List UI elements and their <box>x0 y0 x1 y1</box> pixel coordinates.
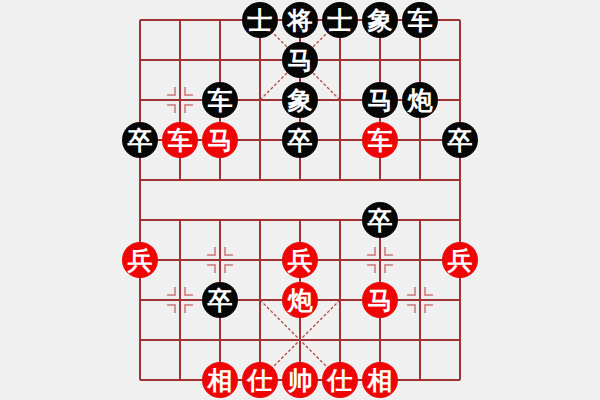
red-advisor[interactable]: 仕 <box>242 362 278 398</box>
black-chariot[interactable]: 车 <box>402 2 438 38</box>
board-point: 士 <box>240 0 280 40</box>
red-elephant[interactable]: 相 <box>202 362 238 398</box>
board-point <box>320 40 360 80</box>
board-point <box>280 320 320 360</box>
black-cannon[interactable]: 炮 <box>402 82 438 118</box>
board-point <box>240 320 280 360</box>
board-point <box>400 40 440 80</box>
board-point <box>360 240 400 280</box>
red-pawn[interactable]: 兵 <box>122 242 158 278</box>
board-point <box>360 40 400 80</box>
board-point <box>160 160 200 200</box>
board-point: 卒 <box>440 120 480 160</box>
board-point <box>200 240 240 280</box>
board-point: 兵 <box>120 240 160 280</box>
board-point <box>160 240 200 280</box>
board-point <box>120 160 160 200</box>
board-point <box>160 0 200 40</box>
board-point <box>360 320 400 360</box>
board-point: 车 <box>200 80 240 120</box>
board-point <box>160 80 200 120</box>
board-point: 象 <box>360 0 400 40</box>
board-point <box>400 360 440 400</box>
board-point <box>120 40 160 80</box>
board-point <box>240 280 280 320</box>
board-point <box>160 200 200 240</box>
board-point <box>320 200 360 240</box>
red-general[interactable]: 帅 <box>282 362 318 398</box>
board-point: 车 <box>360 120 400 160</box>
red-chariot[interactable]: 车 <box>162 122 198 158</box>
board-point <box>240 160 280 200</box>
red-cannon[interactable]: 炮 <box>282 282 318 318</box>
board-point <box>440 280 480 320</box>
red-advisor[interactable]: 仕 <box>322 362 358 398</box>
board-point <box>440 0 480 40</box>
black-pawn[interactable]: 卒 <box>362 202 398 238</box>
board-point: 马 <box>360 280 400 320</box>
board-point: 车 <box>400 0 440 40</box>
black-elephant[interactable]: 象 <box>362 2 398 38</box>
board-point <box>360 160 400 200</box>
board-point: 帅 <box>280 360 320 400</box>
board-point <box>320 280 360 320</box>
red-horse[interactable]: 马 <box>202 122 238 158</box>
board-point <box>440 80 480 120</box>
board-point <box>440 40 480 80</box>
board-point <box>240 120 280 160</box>
board-point: 兵 <box>280 240 320 280</box>
board-point: 卒 <box>120 120 160 160</box>
board-point <box>440 200 480 240</box>
board-point <box>440 160 480 200</box>
board-point <box>120 200 160 240</box>
board-point <box>400 320 440 360</box>
board-point <box>320 240 360 280</box>
board-point: 炮 <box>400 80 440 120</box>
board-point <box>200 0 240 40</box>
black-advisor[interactable]: 士 <box>322 2 358 38</box>
board-point: 将 <box>280 0 320 40</box>
black-horse[interactable]: 马 <box>282 42 318 78</box>
board-point: 相 <box>200 360 240 400</box>
board-point <box>320 120 360 160</box>
board-point <box>240 40 280 80</box>
board-point: 卒 <box>200 280 240 320</box>
board-point <box>240 80 280 120</box>
board-point <box>320 320 360 360</box>
black-pawn[interactable]: 卒 <box>122 122 158 158</box>
board-point <box>240 200 280 240</box>
board-point: 马 <box>200 120 240 160</box>
board-point <box>120 320 160 360</box>
board-point <box>400 120 440 160</box>
board-point: 相 <box>360 360 400 400</box>
black-pawn[interactable]: 卒 <box>442 122 478 158</box>
board-point: 兵 <box>440 240 480 280</box>
board-point <box>160 40 200 80</box>
board-point <box>200 320 240 360</box>
red-horse[interactable]: 马 <box>362 282 398 318</box>
black-pawn[interactable]: 卒 <box>282 122 318 158</box>
board-point <box>280 200 320 240</box>
board-point <box>200 40 240 80</box>
board-point: 马 <box>360 80 400 120</box>
board-point <box>120 280 160 320</box>
board-point: 车 <box>160 120 200 160</box>
black-elephant[interactable]: 象 <box>282 82 318 118</box>
board-point: 仕 <box>320 360 360 400</box>
board-point <box>120 0 160 40</box>
board-point: 炮 <box>280 280 320 320</box>
black-advisor[interactable]: 士 <box>242 2 278 38</box>
board-point <box>160 360 200 400</box>
board-point: 士 <box>320 0 360 40</box>
board-point <box>200 200 240 240</box>
red-pawn[interactable]: 兵 <box>442 242 478 278</box>
black-horse[interactable]: 马 <box>362 82 398 118</box>
board-point <box>160 320 200 360</box>
board-point <box>400 160 440 200</box>
board-point <box>440 320 480 360</box>
board-point <box>160 280 200 320</box>
red-pawn[interactable]: 兵 <box>282 242 318 278</box>
board-point <box>400 200 440 240</box>
red-elephant[interactable]: 相 <box>362 362 398 398</box>
board-point <box>120 80 160 120</box>
board-point <box>120 360 160 400</box>
board-point <box>400 280 440 320</box>
board-point: 象 <box>280 80 320 120</box>
board-point: 仕 <box>240 360 280 400</box>
board-point <box>240 240 280 280</box>
board-point: 卒 <box>360 200 400 240</box>
xiangqi-board-screen: 士将士象车马车象马炮卒车马卒车卒卒兵兵兵卒炮马相仕帅仕相 <box>0 0 600 400</box>
board-point: 卒 <box>280 120 320 160</box>
board-point <box>320 80 360 120</box>
board-point <box>400 240 440 280</box>
black-chariot[interactable]: 车 <box>202 82 238 118</box>
board-point <box>200 160 240 200</box>
board-point: 马 <box>280 40 320 80</box>
black-general[interactable]: 将 <box>282 2 318 38</box>
board-point <box>320 160 360 200</box>
board-points: 士将士象车马车象马炮卒车马卒车卒卒兵兵兵卒炮马相仕帅仕相 <box>120 0 480 400</box>
board-point <box>280 160 320 200</box>
board-point <box>440 360 480 400</box>
red-chariot[interactable]: 车 <box>362 122 398 158</box>
black-pawn[interactable]: 卒 <box>202 282 238 318</box>
